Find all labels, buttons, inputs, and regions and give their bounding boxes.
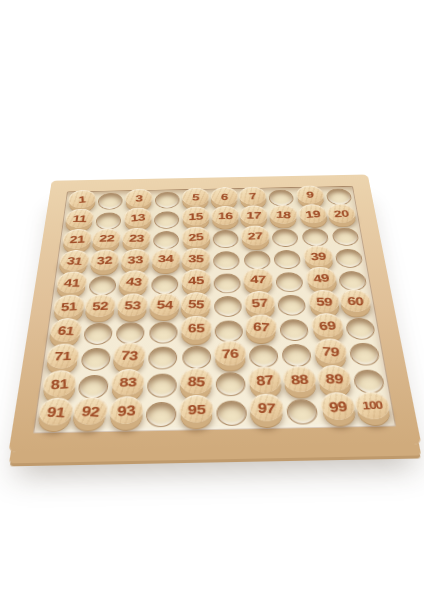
cell-r6c10: 60 xyxy=(338,292,374,317)
cell-r4c6 xyxy=(211,250,242,272)
cell-r3c7: 27 xyxy=(240,228,271,250)
peg-79[interactable]: 79 xyxy=(314,338,346,364)
peg-5[interactable]: 5 xyxy=(182,188,210,207)
hole-26[interactable] xyxy=(213,230,239,248)
peg-number: 93 xyxy=(117,403,135,418)
hole-56[interactable] xyxy=(214,296,242,317)
cell-r1c2 xyxy=(95,192,125,212)
peg-number: 16 xyxy=(218,211,233,221)
peg-55[interactable]: 55 xyxy=(180,292,213,316)
peg-number: 79 xyxy=(322,344,339,357)
peg-85[interactable]: 85 xyxy=(179,367,214,394)
peg-number: 54 xyxy=(156,298,173,310)
cell-r1c4 xyxy=(153,190,182,210)
cell-r8c10 xyxy=(346,341,384,368)
peg-39[interactable]: 39 xyxy=(302,245,334,267)
peg-number: 92 xyxy=(81,404,101,419)
cell-r4c2: 32 xyxy=(88,252,121,275)
peg-number: 49 xyxy=(312,272,330,284)
peg-27[interactable]: 27 xyxy=(241,225,271,246)
peg-61[interactable]: 61 xyxy=(48,318,84,343)
peg-number: 45 xyxy=(188,274,204,285)
hole-84[interactable] xyxy=(147,373,177,397)
cell-r10c9: 99 xyxy=(319,396,358,426)
cell-r10c6 xyxy=(214,398,250,428)
peg-67[interactable]: 67 xyxy=(245,314,277,339)
peg-6[interactable]: 6 xyxy=(210,187,239,206)
hole-2[interactable] xyxy=(97,193,123,210)
peg-number: 18 xyxy=(276,210,291,220)
peg-73[interactable]: 73 xyxy=(112,342,147,368)
peg-18[interactable]: 18 xyxy=(269,205,297,225)
cell-r6c3: 53 xyxy=(115,296,148,321)
peg-number: 76 xyxy=(221,346,238,359)
cell-r2c9: 19 xyxy=(297,207,329,228)
peg-number: 27 xyxy=(248,230,264,240)
peg-number: 60 xyxy=(347,294,364,306)
peg-76[interactable]: 76 xyxy=(213,340,246,366)
peg-number: 71 xyxy=(54,350,72,363)
cell-r4c4: 34 xyxy=(150,251,181,274)
peg-number: 83 xyxy=(119,375,137,388)
peg-number: 5 xyxy=(192,192,200,201)
hole-66[interactable] xyxy=(215,320,244,342)
peg-20[interactable]: 20 xyxy=(326,203,358,223)
board-surface: 1356791113151617181920212223252731323334… xyxy=(33,186,396,433)
peg-number: 22 xyxy=(99,233,115,243)
cell-r9c4 xyxy=(144,371,179,400)
hole-12[interactable] xyxy=(95,212,122,230)
hole-74[interactable] xyxy=(148,347,177,370)
peg-32[interactable]: 32 xyxy=(90,248,119,271)
cell-r6c2: 52 xyxy=(83,297,117,322)
peg-92[interactable]: 92 xyxy=(72,396,110,425)
peg-number: 81 xyxy=(51,376,69,390)
cell-r7c10 xyxy=(342,316,379,342)
peg-65[interactable]: 65 xyxy=(180,316,211,340)
peg-60[interactable]: 60 xyxy=(340,289,372,313)
peg-100[interactable]: 100 xyxy=(354,391,392,420)
peg-87[interactable]: 87 xyxy=(247,365,283,393)
peg-number: 33 xyxy=(128,254,143,265)
peg-41[interactable]: 41 xyxy=(55,272,88,294)
hole-24[interactable] xyxy=(153,231,179,249)
peg-number: 9 xyxy=(306,190,314,199)
peg-7[interactable]: 7 xyxy=(238,186,268,206)
hole-37[interactable] xyxy=(244,251,271,270)
cell-r10c7: 97 xyxy=(249,397,286,427)
peg-number: 61 xyxy=(56,324,75,336)
peg-69[interactable]: 69 xyxy=(309,313,344,338)
peg-3[interactable]: 3 xyxy=(125,188,153,207)
hole-80[interactable] xyxy=(348,343,380,366)
cell-r7c7: 67 xyxy=(245,318,279,344)
peg-number: 1 xyxy=(78,194,85,204)
hole-90[interactable] xyxy=(352,370,385,394)
hole-78[interactable] xyxy=(282,344,313,367)
peg-17[interactable]: 17 xyxy=(240,205,268,224)
cell-r10c3: 93 xyxy=(107,400,144,430)
cell-r3c8 xyxy=(270,227,302,248)
hole-38[interactable] xyxy=(274,250,302,269)
peg-number: 32 xyxy=(97,254,112,265)
peg-number: 53 xyxy=(124,299,141,310)
hole-98[interactable] xyxy=(286,399,319,425)
hole-44[interactable] xyxy=(151,274,178,294)
peg-91[interactable]: 91 xyxy=(36,397,74,426)
peg-number: 65 xyxy=(188,322,204,334)
hole-36[interactable] xyxy=(213,251,240,270)
peg-11[interactable]: 11 xyxy=(64,209,95,228)
peg-31[interactable]: 31 xyxy=(57,249,91,271)
peg-number: 34 xyxy=(158,253,173,264)
peg-34[interactable]: 34 xyxy=(151,248,180,269)
peg-number: 21 xyxy=(69,234,85,245)
peg-54[interactable]: 54 xyxy=(148,293,180,316)
peg-51[interactable]: 51 xyxy=(53,294,85,318)
cell-r10c5: 95 xyxy=(179,399,215,429)
peg-88[interactable]: 88 xyxy=(282,365,318,392)
peg-number: 7 xyxy=(249,191,258,200)
peg-97[interactable]: 97 xyxy=(250,393,284,422)
peg-59[interactable]: 59 xyxy=(308,290,340,313)
peg-99[interactable]: 99 xyxy=(318,392,357,422)
peg-number: 67 xyxy=(253,320,270,333)
hole-50[interactable] xyxy=(338,271,368,291)
peg-number: 23 xyxy=(129,233,145,243)
peg-number: 57 xyxy=(251,296,268,308)
cell-r2c4 xyxy=(152,210,182,231)
cell-r7c5: 65 xyxy=(180,319,213,345)
cell-r3c6 xyxy=(211,229,242,251)
peg-89[interactable]: 89 xyxy=(316,365,351,391)
peg-16[interactable]: 16 xyxy=(211,206,239,225)
cell-r6c4: 54 xyxy=(148,296,181,321)
peg-number: 15 xyxy=(189,211,204,221)
peg-number: 19 xyxy=(304,209,321,219)
cell-r9c6 xyxy=(213,370,248,399)
cell-r5c8 xyxy=(273,270,306,294)
peg-21[interactable]: 21 xyxy=(62,228,92,249)
peg-23[interactable]: 23 xyxy=(121,228,151,248)
peg-93[interactable]: 93 xyxy=(109,395,143,425)
peg-1[interactable]: 1 xyxy=(68,189,95,209)
hole-72[interactable] xyxy=(80,348,111,371)
peg-number: 88 xyxy=(290,372,309,386)
peg-number: 73 xyxy=(120,348,138,361)
peg-number: 20 xyxy=(333,208,349,218)
peg-number: 97 xyxy=(258,400,276,414)
peg-number: 11 xyxy=(72,214,87,224)
hole-62[interactable] xyxy=(83,323,113,345)
peg-number: 43 xyxy=(125,276,142,287)
peg-number: 99 xyxy=(327,399,347,414)
peg-number: 55 xyxy=(188,297,205,309)
peg-95[interactable]: 95 xyxy=(180,395,214,423)
cell-r5c6 xyxy=(212,271,244,295)
peg-57[interactable]: 57 xyxy=(244,290,277,314)
peg-number: 13 xyxy=(130,212,145,223)
peg-81[interactable]: 81 xyxy=(42,369,76,398)
hole-68[interactable] xyxy=(280,319,310,341)
hole-42[interactable] xyxy=(88,276,116,296)
peg-number: 51 xyxy=(61,300,77,312)
cell-r10c2: 92 xyxy=(71,401,109,431)
peg-number: 59 xyxy=(315,295,332,306)
peg-number: 31 xyxy=(66,255,83,266)
peg-number: 41 xyxy=(63,277,80,288)
hole-75[interactable] xyxy=(182,346,211,369)
cell-r6c6 xyxy=(212,294,245,319)
peg-number: 17 xyxy=(247,210,262,220)
cell-r8c6: 76 xyxy=(213,344,247,371)
cell-r9c8: 88 xyxy=(281,369,318,397)
peg-number: 89 xyxy=(324,371,342,384)
peg-33[interactable]: 33 xyxy=(121,248,150,270)
peg-35[interactable]: 35 xyxy=(181,248,211,269)
peg-number: 69 xyxy=(318,319,336,332)
peg-13[interactable]: 13 xyxy=(123,207,152,228)
photo-background: 1356791113151617181920212223252731323334… xyxy=(0,0,424,600)
cell-r10c1: 91 xyxy=(36,401,75,431)
peg-71[interactable]: 71 xyxy=(45,343,80,369)
hole-29[interactable] xyxy=(302,228,330,246)
hole-28[interactable] xyxy=(272,229,299,247)
hole-46[interactable] xyxy=(214,273,241,293)
peg-number: 91 xyxy=(46,404,66,418)
hole-30[interactable] xyxy=(331,228,359,246)
hole-4[interactable] xyxy=(155,192,180,209)
peg-22[interactable]: 22 xyxy=(92,228,122,248)
cell-r8c4 xyxy=(145,345,179,372)
peg-52[interactable]: 52 xyxy=(85,294,117,318)
peg-53[interactable]: 53 xyxy=(116,293,148,316)
cell-r6c8 xyxy=(275,293,309,318)
peg-25[interactable]: 25 xyxy=(181,226,212,248)
cell-r10c4 xyxy=(143,399,179,429)
peg-number: 100 xyxy=(362,400,384,412)
peg-15[interactable]: 15 xyxy=(182,206,210,226)
hole-48[interactable] xyxy=(276,272,305,292)
cell-r2c10: 20 xyxy=(326,206,358,227)
hole-70[interactable] xyxy=(344,318,375,340)
cell-r7c4 xyxy=(147,320,180,346)
cell-r4c10 xyxy=(332,247,366,269)
peg-47[interactable]: 47 xyxy=(244,268,274,290)
peg-number: 52 xyxy=(92,299,109,311)
peg-83[interactable]: 83 xyxy=(111,368,145,395)
hole-64[interactable] xyxy=(149,321,178,343)
peg-number: 25 xyxy=(188,231,204,242)
cell-r8c2 xyxy=(77,346,113,373)
cell-r7c8 xyxy=(277,317,312,343)
hole-14[interactable] xyxy=(154,211,179,229)
cell-r2c6: 16 xyxy=(210,209,240,230)
cell-r3c10 xyxy=(329,226,362,247)
cell-r10c8 xyxy=(284,397,322,427)
peg-number: 95 xyxy=(188,402,206,416)
hole-96[interactable] xyxy=(217,400,248,426)
cell-r4c8 xyxy=(271,248,304,270)
peg-number: 35 xyxy=(188,253,204,263)
peg-45[interactable]: 45 xyxy=(181,269,212,292)
cell-r7c2 xyxy=(80,321,115,347)
hole-77[interactable] xyxy=(249,345,279,368)
peg-number: 6 xyxy=(220,192,228,201)
cell-r10c10: 100 xyxy=(353,395,393,425)
hundred-board: 1356791113151617181920212223252731323334… xyxy=(9,175,422,453)
peg-43[interactable]: 43 xyxy=(117,270,150,293)
peg-number: 85 xyxy=(187,374,205,388)
hole-58[interactable] xyxy=(278,295,307,316)
peg-49[interactable]: 49 xyxy=(303,266,338,290)
hole-63[interactable] xyxy=(116,322,145,344)
peg-number: 87 xyxy=(256,372,275,386)
peg-number: 47 xyxy=(251,273,267,284)
peg-number: 39 xyxy=(309,250,326,261)
peg-19[interactable]: 19 xyxy=(297,204,329,225)
hole-94[interactable] xyxy=(146,401,177,427)
hole-82[interactable] xyxy=(77,375,109,399)
peg-number: 3 xyxy=(135,193,142,202)
hole-40[interactable] xyxy=(334,249,363,268)
hole-86[interactable] xyxy=(216,372,246,396)
peg-9[interactable]: 9 xyxy=(295,185,324,204)
cell-r2c8: 18 xyxy=(268,207,299,228)
board-grid: 1356791113151617181920212223252731323334… xyxy=(33,186,396,433)
